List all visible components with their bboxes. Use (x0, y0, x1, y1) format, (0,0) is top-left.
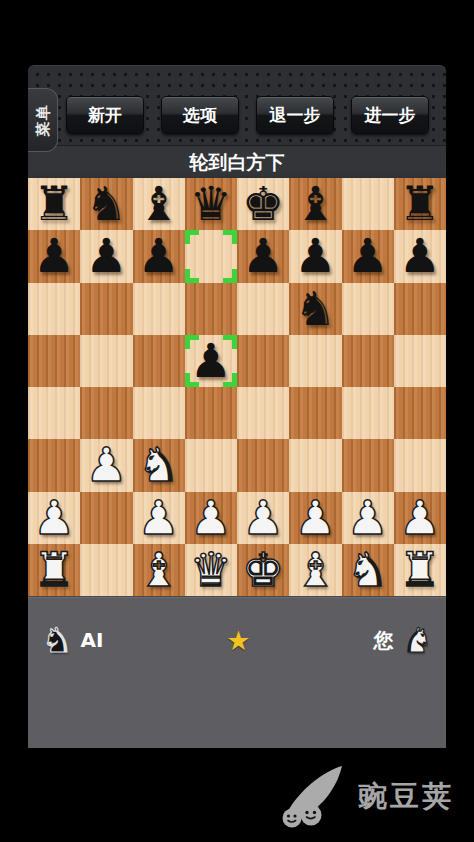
square-e7[interactable]: ♟ (237, 230, 289, 282)
piece-black-pawn-c7: ♟ (133, 230, 185, 282)
square-d7[interactable] (185, 230, 237, 282)
square-d5[interactable]: ♟ (185, 335, 237, 387)
square-d3[interactable] (185, 439, 237, 491)
chess-app: 菜单 新开 选项 退一步 进一步 轮到白方下 ♜♞♝♛♚♝♜♟♟♟♟♟♟♟♞♟♟… (28, 65, 446, 748)
move-highlight-corner (223, 335, 237, 349)
square-e3[interactable] (237, 439, 289, 491)
square-f5[interactable] (289, 335, 341, 387)
phone-screen: 菜单 新开 选项 退一步 进一步 轮到白方下 ♜♞♝♛♚♝♜♟♟♟♟♟♟♟♞♟♟… (0, 0, 474, 842)
square-d1[interactable]: ♛ (185, 544, 237, 596)
square-h7[interactable]: ♟ (394, 230, 446, 282)
square-c6[interactable] (133, 283, 185, 335)
piece-white-bishop-c1: ♝ (133, 544, 185, 596)
piece-white-pawn-c2: ♟ (133, 492, 185, 544)
square-g4[interactable] (342, 387, 394, 439)
square-a2[interactable]: ♟ (28, 492, 80, 544)
square-b3[interactable]: ♟ (80, 439, 132, 491)
square-c1[interactable]: ♝ (133, 544, 185, 596)
square-h6[interactable] (394, 283, 446, 335)
square-a6[interactable] (28, 283, 80, 335)
player-bar: ♞ AI ★ 您 ♞ (28, 596, 446, 748)
new-game-button[interactable]: 新开 (66, 96, 144, 134)
square-c5[interactable] (133, 335, 185, 387)
square-a1[interactable]: ♜ (28, 544, 80, 596)
black-knight-icon: ♞ (42, 623, 72, 657)
menu-tab-label: 菜单 (33, 104, 52, 136)
piece-black-pawn-f7: ♟ (289, 230, 341, 282)
square-c8[interactable]: ♝ (133, 178, 185, 230)
piece-white-pawn-d2: ♟ (185, 492, 237, 544)
square-f8[interactable]: ♝ (289, 178, 341, 230)
piece-white-pawn-g2: ♟ (342, 492, 394, 544)
square-b4[interactable] (80, 387, 132, 439)
square-d6[interactable] (185, 283, 237, 335)
square-e6[interactable] (237, 283, 289, 335)
square-f2[interactable]: ♟ (289, 492, 341, 544)
square-b6[interactable] (80, 283, 132, 335)
square-h3[interactable] (394, 439, 446, 491)
square-h2[interactable]: ♟ (394, 492, 446, 544)
square-c3[interactable]: ♞ (133, 439, 185, 491)
square-g8[interactable] (342, 178, 394, 230)
move-highlight-corner (223, 373, 237, 387)
menu-tab[interactable]: 菜单 (28, 88, 58, 152)
human-player-label: 您 (374, 627, 394, 654)
piece-white-knight-g1: ♞ (342, 544, 394, 596)
move-highlight-corner (223, 269, 237, 283)
square-c4[interactable] (133, 387, 185, 439)
piece-black-knight-f6: ♞ (289, 283, 341, 335)
square-d8[interactable]: ♛ (185, 178, 237, 230)
piece-black-bishop-c8: ♝ (133, 178, 185, 230)
options-button[interactable]: 选项 (161, 96, 239, 134)
piece-white-rook-h1: ♜ (394, 544, 446, 596)
square-b5[interactable] (80, 335, 132, 387)
ai-player-label: AI (80, 628, 103, 652)
piece-black-pawn-b7: ♟ (80, 230, 132, 282)
square-e2[interactable]: ♟ (237, 492, 289, 544)
toolbar-buttons: 新开 选项 退一步 进一步 (66, 96, 446, 134)
piece-black-king-e8: ♚ (237, 178, 289, 230)
square-b7[interactable]: ♟ (80, 230, 132, 282)
turn-status-bar: 轮到白方下 (28, 145, 446, 178)
square-g7[interactable]: ♟ (342, 230, 394, 282)
square-g6[interactable] (342, 283, 394, 335)
square-e5[interactable] (237, 335, 289, 387)
square-a3[interactable] (28, 439, 80, 491)
square-c7[interactable]: ♟ (133, 230, 185, 282)
piece-white-pawn-a2: ♟ (28, 492, 80, 544)
square-d4[interactable] (185, 387, 237, 439)
square-g1[interactable]: ♞ (342, 544, 394, 596)
square-c2[interactable]: ♟ (133, 492, 185, 544)
piece-black-pawn-g7: ♟ (342, 230, 394, 282)
piece-black-pawn-h7: ♟ (394, 230, 446, 282)
wandoujia-peapod-icon (278, 764, 348, 830)
piece-black-rook-a8: ♜ (28, 178, 80, 230)
square-g3[interactable] (342, 439, 394, 491)
piece-white-pawn-f2: ♟ (289, 492, 341, 544)
piece-white-pawn-h2: ♟ (394, 492, 446, 544)
move-highlight-corner (185, 230, 199, 244)
square-e1[interactable]: ♚ (237, 544, 289, 596)
piece-white-rook-a1: ♜ (28, 544, 80, 596)
square-a5[interactable] (28, 335, 80, 387)
move-highlight-corner (185, 269, 199, 283)
watermark-text: 豌豆荚 (358, 777, 454, 817)
chess-board: ♜♞♝♛♚♝♜♟♟♟♟♟♟♟♞♟♟♞♟♟♟♟♟♟♟♜♝♛♚♝♞♜ (28, 178, 446, 596)
piece-white-king-e1: ♚ (237, 544, 289, 596)
watermark: 豌豆荚 (278, 764, 454, 830)
square-f1[interactable]: ♝ (289, 544, 341, 596)
square-a8[interactable]: ♜ (28, 178, 80, 230)
square-d2[interactable]: ♟ (185, 492, 237, 544)
square-h4[interactable] (394, 387, 446, 439)
piece-black-pawn-e7: ♟ (237, 230, 289, 282)
square-g5[interactable] (342, 335, 394, 387)
piece-white-pawn-b3: ♟ (80, 439, 132, 491)
square-h5[interactable] (394, 335, 446, 387)
white-knight-icon: ♞ (402, 623, 432, 657)
player-row: ♞ AI ★ 您 ♞ (28, 597, 446, 657)
undo-move-button[interactable]: 退一步 (256, 96, 334, 134)
move-highlight-corner (185, 335, 199, 349)
square-h8[interactable]: ♜ (394, 178, 446, 230)
piece-black-rook-h8: ♜ (394, 178, 446, 230)
square-e4[interactable] (237, 387, 289, 439)
square-b8[interactable]: ♞ (80, 178, 132, 230)
square-g2[interactable]: ♟ (342, 492, 394, 544)
move-highlight-corner (223, 230, 237, 244)
piece-white-knight-c3: ♞ (133, 439, 185, 491)
square-a7[interactable]: ♟ (28, 230, 80, 282)
square-h1[interactable]: ♜ (394, 544, 446, 596)
square-b2[interactable] (80, 492, 132, 544)
piece-black-queen-d8: ♛ (185, 178, 237, 230)
square-f7[interactable]: ♟ (289, 230, 341, 282)
star-icon: ★ (111, 625, 365, 656)
toolbar: 菜单 新开 选项 退一步 进一步 (28, 65, 446, 145)
piece-white-bishop-f1: ♝ (289, 544, 341, 596)
square-f4[interactable] (289, 387, 341, 439)
piece-black-bishop-f8: ♝ (289, 178, 341, 230)
square-b1[interactable] (80, 544, 132, 596)
piece-white-pawn-e2: ♟ (237, 492, 289, 544)
square-e8[interactable]: ♚ (237, 178, 289, 230)
piece-white-queen-d1: ♛ (185, 544, 237, 596)
redo-move-button[interactable]: 进一步 (351, 96, 429, 134)
piece-black-knight-b8: ♞ (80, 178, 132, 230)
move-highlight-corner (185, 373, 199, 387)
square-a4[interactable] (28, 387, 80, 439)
piece-black-pawn-a7: ♟ (28, 230, 80, 282)
square-f3[interactable] (289, 439, 341, 491)
square-f6[interactable]: ♞ (289, 283, 341, 335)
